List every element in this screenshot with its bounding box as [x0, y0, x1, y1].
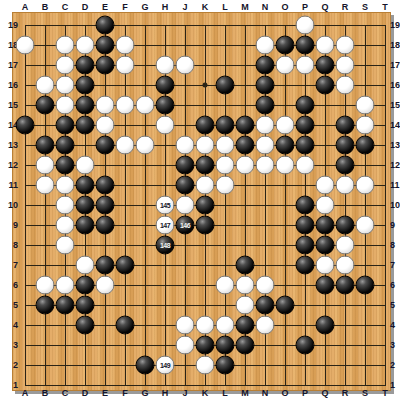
stone-K13[interactable]	[196, 136, 215, 155]
stone-Q17[interactable]	[316, 56, 335, 75]
col-label-top-B: B	[35, 1, 55, 13]
col-label-bottom-G: G	[135, 387, 155, 399]
stone-Q7[interactable]	[316, 256, 335, 275]
stone-P14[interactable]	[296, 116, 315, 135]
stone-R14[interactable]	[336, 116, 355, 135]
stone-G2[interactable]	[136, 356, 155, 375]
stone-O18[interactable]	[276, 36, 295, 55]
stone-E10[interactable]	[96, 196, 115, 215]
stone-G13[interactable]	[136, 136, 155, 155]
stone-R11[interactable]	[336, 176, 355, 195]
stone-J3[interactable]	[176, 336, 195, 355]
stone-O12[interactable]	[276, 156, 295, 175]
stone-D10[interactable]	[76, 196, 95, 215]
stone-D14[interactable]	[76, 116, 95, 135]
stone-C17[interactable]	[56, 56, 75, 75]
stone-K4[interactable]	[196, 316, 215, 335]
row-label-right-5: 5	[390, 299, 400, 311]
stone-A14[interactable]	[16, 116, 35, 135]
stone-P8[interactable]	[296, 236, 315, 255]
stone-L11[interactable]	[216, 176, 235, 195]
stone-L2[interactable]	[216, 356, 235, 375]
stone-B15[interactable]	[36, 96, 55, 115]
row-label-left-1: 1	[0, 379, 18, 391]
row-label-left-15: 15	[0, 99, 18, 111]
stone-J10[interactable]	[176, 196, 195, 215]
col-label-bottom-Q: Q	[315, 387, 335, 399]
stone-E14[interactable]	[96, 116, 115, 135]
stone-N16[interactable]	[256, 76, 275, 95]
col-label-bottom-H: H	[155, 387, 175, 399]
stone-C5[interactable]	[56, 296, 75, 315]
stone-P18[interactable]	[296, 36, 315, 55]
stone-R8[interactable]	[336, 236, 355, 255]
row-label-right-14: 14	[390, 119, 400, 131]
stone-K10[interactable]	[196, 196, 215, 215]
row-label-right-8: 8	[390, 239, 400, 251]
stone-S9[interactable]	[356, 216, 375, 235]
col-label-top-T: T	[375, 1, 395, 13]
stone-J9[interactable]: 146	[176, 216, 195, 235]
stone-K14[interactable]	[196, 116, 215, 135]
col-label-bottom-F: F	[115, 387, 135, 399]
row-label-left-3: 3	[0, 339, 18, 351]
stone-D11[interactable]	[76, 176, 95, 195]
col-label-top-M: M	[235, 1, 255, 13]
stone-J13[interactable]	[176, 136, 195, 155]
col-label-top-A: A	[15, 1, 35, 13]
row-label-left-6: 6	[0, 279, 18, 291]
stone-P19[interactable]	[296, 16, 315, 35]
row-label-left-9: 9	[0, 219, 18, 231]
stone-F4[interactable]	[116, 316, 135, 335]
row-label-right-12: 12	[390, 159, 400, 171]
row-label-right-10: 10	[390, 199, 400, 211]
stone-D9[interactable]	[76, 216, 95, 235]
stone-M7[interactable]	[236, 256, 255, 275]
stone-F18[interactable]	[116, 36, 135, 55]
stone-M6[interactable]	[236, 276, 255, 295]
col-label-bottom-R: R	[335, 387, 355, 399]
col-label-top-S: S	[355, 1, 375, 13]
stone-L12[interactable]	[216, 156, 235, 175]
stone-E9[interactable]	[96, 216, 115, 235]
stone-L6[interactable]	[216, 276, 235, 295]
stone-B12[interactable]	[36, 156, 55, 175]
stone-L13[interactable]	[216, 136, 235, 155]
stone-E11[interactable]	[96, 176, 115, 195]
col-label-top-K: K	[195, 1, 215, 13]
stone-M12[interactable]	[236, 156, 255, 175]
stone-K3[interactable]	[196, 336, 215, 355]
stone-E15[interactable]	[96, 96, 115, 115]
stone-C13[interactable]	[56, 136, 75, 155]
row-label-left-5: 5	[0, 299, 18, 311]
stone-K9[interactable]	[196, 216, 215, 235]
col-label-bottom-O: O	[275, 387, 295, 399]
stone-D16[interactable]	[76, 76, 95, 95]
row-label-right-16: 16	[390, 79, 400, 91]
stone-F17[interactable]	[116, 56, 135, 75]
col-label-bottom-N: N	[255, 387, 275, 399]
row-label-left-10: 10	[0, 199, 18, 211]
move-number-149: 149	[160, 362, 170, 369]
row-label-right-19: 19	[390, 19, 400, 31]
stone-H16[interactable]	[156, 76, 175, 95]
row-label-right-11: 11	[390, 179, 400, 191]
col-label-top-C: C	[55, 1, 75, 13]
stone-N12[interactable]	[256, 156, 275, 175]
row-label-left-17: 17	[0, 59, 18, 71]
stone-C10[interactable]	[56, 196, 75, 215]
stone-C16[interactable]	[56, 76, 75, 95]
stone-R13[interactable]	[336, 136, 355, 155]
row-label-right-15: 15	[390, 99, 400, 111]
stone-R16[interactable]	[336, 76, 355, 95]
stone-E18[interactable]	[96, 36, 115, 55]
row-label-left-2: 2	[0, 359, 18, 371]
col-label-top-F: F	[115, 1, 135, 13]
row-label-left-13: 13	[0, 139, 18, 151]
stone-H17[interactable]	[156, 56, 175, 75]
stone-C14[interactable]	[56, 116, 75, 135]
row-label-right-13: 13	[390, 139, 400, 151]
col-label-bottom-D: D	[75, 387, 95, 399]
stone-C18[interactable]	[56, 36, 75, 55]
stone-B5[interactable]	[36, 296, 55, 315]
move-number-146: 146	[180, 222, 190, 229]
stone-M5[interactable]	[236, 296, 255, 315]
stone-N5[interactable]	[256, 296, 275, 315]
stone-B16[interactable]	[36, 76, 55, 95]
stone-P15[interactable]	[296, 96, 315, 115]
stone-L16[interactable]	[216, 76, 235, 95]
stone-P10[interactable]	[296, 196, 315, 215]
row-label-right-2: 2	[390, 359, 400, 371]
stone-Q18[interactable]	[316, 36, 335, 55]
stone-D6[interactable]	[76, 276, 95, 295]
stone-C15[interactable]	[56, 96, 75, 115]
stone-C11[interactable]	[56, 176, 75, 195]
col-label-top-J: J	[175, 1, 195, 13]
grid-line-vertical	[285, 25, 286, 386]
stone-S13[interactable]	[356, 136, 375, 155]
stone-S6[interactable]	[356, 276, 375, 295]
row-label-left-12: 12	[0, 159, 18, 171]
stone-K11[interactable]	[196, 176, 215, 195]
grid-line-horizontal	[25, 385, 386, 386]
row-label-right-7: 7	[390, 259, 400, 271]
stone-Q4[interactable]	[316, 316, 335, 335]
col-label-top-N: N	[255, 1, 275, 13]
stone-F7[interactable]	[116, 256, 135, 275]
row-label-right-17: 17	[390, 59, 400, 71]
row-label-right-18: 18	[390, 39, 400, 51]
stone-K12[interactable]	[196, 156, 215, 175]
go-board-app: AABBCCDDEEFFGGHHJJKKLLMMNNOOPPQQRRSSTT19…	[0, 0, 400, 400]
stone-L4[interactable]	[216, 316, 235, 335]
row-label-left-8: 8	[0, 239, 18, 251]
stone-E17[interactable]	[96, 56, 115, 75]
row-label-right-9: 9	[390, 219, 400, 231]
grid-line-vertical	[365, 25, 366, 386]
col-label-top-R: R	[335, 1, 355, 13]
stone-N18[interactable]	[256, 36, 275, 55]
stone-H9[interactable]: 147	[156, 216, 175, 235]
col-label-bottom-C: C	[55, 387, 75, 399]
stone-B6[interactable]	[36, 276, 55, 295]
stone-J4[interactable]	[176, 316, 195, 335]
stone-J12[interactable]	[176, 156, 195, 175]
stone-D15[interactable]	[76, 96, 95, 115]
row-label-left-16: 16	[0, 79, 18, 91]
stone-P17[interactable]	[296, 56, 315, 75]
stone-P9[interactable]	[296, 216, 315, 235]
stone-H2[interactable]: 149	[156, 356, 175, 375]
stone-D7[interactable]	[76, 256, 95, 275]
stone-M4[interactable]	[236, 316, 255, 335]
stone-E19[interactable]	[96, 16, 115, 35]
col-label-bottom-M: M	[235, 387, 255, 399]
stone-L14[interactable]	[216, 116, 235, 135]
stone-L3[interactable]	[216, 336, 235, 355]
stone-D4[interactable]	[76, 316, 95, 335]
col-label-bottom-K: K	[195, 387, 215, 399]
stone-E7[interactable]	[96, 256, 115, 275]
stone-K2[interactable]	[196, 356, 215, 375]
stone-O14[interactable]	[276, 116, 295, 135]
stone-F15[interactable]	[116, 96, 135, 115]
row-label-right-4: 4	[390, 319, 400, 331]
stone-B11[interactable]	[36, 176, 55, 195]
stone-R18[interactable]	[336, 36, 355, 55]
stone-S15[interactable]	[356, 96, 375, 115]
stone-D17[interactable]	[76, 56, 95, 75]
hoshi-K16	[203, 83, 208, 88]
col-label-top-D: D	[75, 1, 95, 13]
stone-D5[interactable]	[76, 296, 95, 315]
stone-P13[interactable]	[296, 136, 315, 155]
stone-S11[interactable]	[356, 176, 375, 195]
stone-G15[interactable]	[136, 96, 155, 115]
grid-line-vertical	[385, 25, 386, 386]
stone-C8[interactable]	[56, 236, 75, 255]
stone-D18[interactable]	[76, 36, 95, 55]
col-label-top-G: G	[135, 1, 155, 13]
stone-A18[interactable]	[16, 36, 35, 55]
stone-J11[interactable]	[176, 176, 195, 195]
row-label-right-6: 6	[390, 279, 400, 291]
stone-M3[interactable]	[236, 336, 255, 355]
stone-Q8[interactable]	[316, 236, 335, 255]
stone-P3[interactable]	[296, 336, 315, 355]
stone-M13[interactable]	[236, 136, 255, 155]
stone-O13[interactable]	[276, 136, 295, 155]
stone-Q16[interactable]	[316, 76, 335, 95]
col-label-top-Q: Q	[315, 1, 335, 13]
stone-E6[interactable]	[96, 276, 115, 295]
stone-E13[interactable]	[96, 136, 115, 155]
row-label-left-11: 11	[0, 179, 18, 191]
stone-F13[interactable]	[116, 136, 135, 155]
col-label-top-E: E	[95, 1, 115, 13]
col-label-bottom-E: E	[95, 387, 115, 399]
stone-J17[interactable]	[176, 56, 195, 75]
col-label-top-O: O	[275, 1, 295, 13]
move-number-148: 148	[160, 242, 170, 249]
stone-D12[interactable]	[76, 156, 95, 175]
col-label-bottom-L: L	[215, 387, 235, 399]
stone-M14[interactable]	[236, 116, 255, 135]
stone-N4[interactable]	[256, 316, 275, 335]
col-label-top-H: H	[155, 1, 175, 13]
col-label-top-L: L	[215, 1, 235, 13]
row-label-left-4: 4	[0, 319, 18, 331]
move-number-147: 147	[160, 222, 170, 229]
row-label-right-3: 3	[390, 339, 400, 351]
stone-C6[interactable]	[56, 276, 75, 295]
stone-P12[interactable]	[296, 156, 315, 175]
row-label-right-1: 1	[390, 379, 400, 391]
stone-R17[interactable]	[336, 56, 355, 75]
stone-N17[interactable]	[256, 56, 275, 75]
col-label-bottom-P: P	[295, 387, 315, 399]
stone-Q9[interactable]	[316, 216, 335, 235]
col-label-bottom-B: B	[35, 387, 55, 399]
stone-R6[interactable]	[336, 276, 355, 295]
stone-R7[interactable]	[336, 256, 355, 275]
col-label-bottom-S: S	[355, 387, 375, 399]
stone-R9[interactable]	[336, 216, 355, 235]
row-label-left-19: 19	[0, 19, 18, 31]
stone-H15[interactable]	[156, 96, 175, 115]
stone-R12[interactable]	[336, 156, 355, 175]
stone-S14[interactable]	[356, 116, 375, 135]
row-label-left-7: 7	[0, 259, 18, 271]
stone-P7[interactable]	[296, 256, 315, 275]
stone-B13[interactable]	[36, 136, 55, 155]
stone-O5[interactable]	[276, 296, 295, 315]
col-label-bottom-J: J	[175, 387, 195, 399]
stone-H8[interactable]: 148	[156, 236, 175, 255]
stone-C12[interactable]	[56, 156, 75, 175]
stone-C9[interactable]	[56, 216, 75, 235]
stone-N14[interactable]	[256, 116, 275, 135]
stone-N13[interactable]	[256, 136, 275, 155]
stone-H10[interactable]: 145	[156, 196, 175, 215]
stone-N6[interactable]	[256, 276, 275, 295]
stone-H14[interactable]	[156, 116, 175, 135]
stone-Q11[interactable]	[316, 176, 335, 195]
stone-Q10[interactable]	[316, 196, 335, 215]
stone-N15[interactable]	[256, 96, 275, 115]
move-number-145: 145	[160, 202, 170, 209]
col-label-bottom-A: A	[15, 387, 35, 399]
stone-O17[interactable]	[276, 56, 295, 75]
stone-Q6[interactable]	[316, 276, 335, 295]
col-label-top-P: P	[295, 1, 315, 13]
